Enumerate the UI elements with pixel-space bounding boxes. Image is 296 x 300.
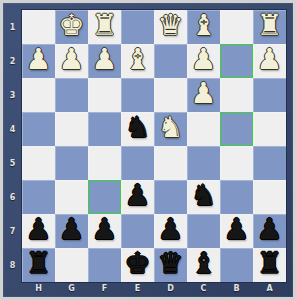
- rank-label-3: 3: [3, 78, 22, 112]
- square-g7[interactable]: ♟: [55, 214, 88, 248]
- square-b1[interactable]: [220, 10, 253, 44]
- white-knight: ♞: [158, 113, 184, 142]
- file-label-c: C: [187, 282, 220, 295]
- square-f2[interactable]: ♟: [88, 44, 121, 78]
- square-e8[interactable]: ♚: [121, 248, 154, 282]
- rank-label-2: 2: [3, 44, 22, 78]
- square-h8[interactable]: ♜: [22, 248, 55, 282]
- square-e6[interactable]: ♟: [121, 180, 154, 214]
- square-c1[interactable]: ♝: [187, 10, 220, 44]
- square-a8[interactable]: ♜: [253, 248, 286, 282]
- square-c4[interactable]: [187, 112, 220, 146]
- rank-labels: 12345678: [3, 10, 22, 282]
- square-c2[interactable]: ♟: [187, 44, 220, 78]
- rank-label-6: 6: [3, 180, 22, 214]
- white-bishop: ♝: [191, 11, 217, 40]
- black-queen: ♛: [158, 249, 184, 278]
- black-knight: ♞: [191, 181, 217, 210]
- rank-label-1: 1: [3, 10, 22, 44]
- square-h3[interactable]: [22, 78, 55, 112]
- square-b4[interactable]: [220, 112, 253, 146]
- square-e7[interactable]: [121, 214, 154, 248]
- square-g8[interactable]: [55, 248, 88, 282]
- square-g4[interactable]: [55, 112, 88, 146]
- file-label-g: G: [55, 282, 88, 295]
- file-label-b: B: [220, 282, 253, 295]
- white-rook: ♜: [257, 11, 283, 40]
- square-d8[interactable]: ♛: [154, 248, 187, 282]
- black-rook: ♜: [26, 249, 52, 278]
- square-h5[interactable]: [22, 146, 55, 180]
- square-a4[interactable]: [253, 112, 286, 146]
- square-f8[interactable]: [88, 248, 121, 282]
- square-a2[interactable]: ♟: [253, 44, 286, 78]
- black-pawn: ♟: [224, 215, 250, 244]
- square-e4[interactable]: ♞: [121, 112, 154, 146]
- square-e3[interactable]: [121, 78, 154, 112]
- black-pawn: ♟: [257, 215, 283, 244]
- black-bishop: ♝: [191, 249, 217, 278]
- chess-board-screenshot: 12345678 ♚♜♛♝♜♟♟♟♝♟♟♟♞♞♟♞♟♟♟♟♟♟♜♚♛♝♜ HGF…: [0, 0, 296, 300]
- black-pawn: ♟: [92, 215, 118, 244]
- black-rook: ♜: [257, 249, 283, 278]
- square-g2[interactable]: ♟: [55, 44, 88, 78]
- square-g3[interactable]: [55, 78, 88, 112]
- file-label-a: A: [253, 282, 286, 295]
- white-pawn: ♟: [191, 79, 217, 108]
- square-d3[interactable]: [154, 78, 187, 112]
- square-a3[interactable]: [253, 78, 286, 112]
- file-label-f: F: [88, 282, 121, 295]
- white-pawn: ♟: [257, 45, 283, 74]
- square-a7[interactable]: ♟: [253, 214, 286, 248]
- square-b6[interactable]: [220, 180, 253, 214]
- square-e5[interactable]: [121, 146, 154, 180]
- white-pawn: ♟: [191, 45, 217, 74]
- square-d7[interactable]: ♟: [154, 214, 187, 248]
- black-pawn: ♟: [59, 215, 85, 244]
- file-label-h: H: [22, 282, 55, 295]
- square-h4[interactable]: [22, 112, 55, 146]
- square-c5[interactable]: [187, 146, 220, 180]
- square-d5[interactable]: [154, 146, 187, 180]
- board: ♚♜♛♝♜♟♟♟♝♟♟♟♞♞♟♞♟♟♟♟♟♟♜♚♛♝♜: [22, 10, 286, 282]
- square-b3[interactable]: [220, 78, 253, 112]
- square-b7[interactable]: ♟: [220, 214, 253, 248]
- square-c3[interactable]: ♟: [187, 78, 220, 112]
- square-f7[interactable]: ♟: [88, 214, 121, 248]
- board-frame: 12345678 ♚♜♛♝♜♟♟♟♝♟♟♟♞♞♟♞♟♟♟♟♟♟♜♚♛♝♜ HGF…: [3, 3, 293, 297]
- square-a1[interactable]: ♜: [253, 10, 286, 44]
- black-pawn: ♟: [26, 215, 52, 244]
- square-d6[interactable]: [154, 180, 187, 214]
- square-f4[interactable]: [88, 112, 121, 146]
- square-c7[interactable]: [187, 214, 220, 248]
- square-d1[interactable]: ♛: [154, 10, 187, 44]
- square-b2[interactable]: [220, 44, 253, 78]
- square-g6[interactable]: [55, 180, 88, 214]
- square-d2[interactable]: [154, 44, 187, 78]
- file-labels: HGFEDCBA: [22, 282, 286, 295]
- white-queen: ♛: [158, 11, 184, 40]
- white-bishop: ♝: [125, 45, 151, 74]
- rank-label-7: 7: [3, 214, 22, 248]
- black-knight: ♞: [125, 113, 151, 142]
- rank-label-8: 8: [3, 248, 22, 282]
- square-g1[interactable]: ♚: [55, 10, 88, 44]
- square-e2[interactable]: ♝: [121, 44, 154, 78]
- file-label-e: E: [121, 282, 154, 295]
- square-d4[interactable]: ♞: [154, 112, 187, 146]
- square-a6[interactable]: [253, 180, 286, 214]
- square-c8[interactable]: ♝: [187, 248, 220, 282]
- square-g5[interactable]: [55, 146, 88, 180]
- square-h2[interactable]: ♟: [22, 44, 55, 78]
- black-king: ♚: [125, 249, 151, 278]
- square-h6[interactable]: [22, 180, 55, 214]
- square-b5[interactable]: [220, 146, 253, 180]
- black-pawn: ♟: [158, 215, 184, 244]
- square-f3[interactable]: [88, 78, 121, 112]
- file-label-d: D: [154, 282, 187, 295]
- rank-label-4: 4: [3, 112, 22, 146]
- rank-label-5: 5: [3, 146, 22, 180]
- square-e1[interactable]: [121, 10, 154, 44]
- square-b8[interactable]: [220, 248, 253, 282]
- white-pawn: ♟: [26, 45, 52, 74]
- square-a5[interactable]: [253, 146, 286, 180]
- black-pawn: ♟: [125, 181, 151, 210]
- white-pawn: ♟: [92, 45, 118, 74]
- white-pawn: ♟: [59, 45, 85, 74]
- white-rook: ♜: [92, 11, 118, 40]
- square-h7[interactable]: ♟: [22, 214, 55, 248]
- square-f1[interactable]: ♜: [88, 10, 121, 44]
- square-h1[interactable]: [22, 10, 55, 44]
- square-f6[interactable]: [88, 180, 121, 214]
- white-king: ♚: [59, 11, 85, 40]
- square-c6[interactable]: ♞: [187, 180, 220, 214]
- square-f5[interactable]: [88, 146, 121, 180]
